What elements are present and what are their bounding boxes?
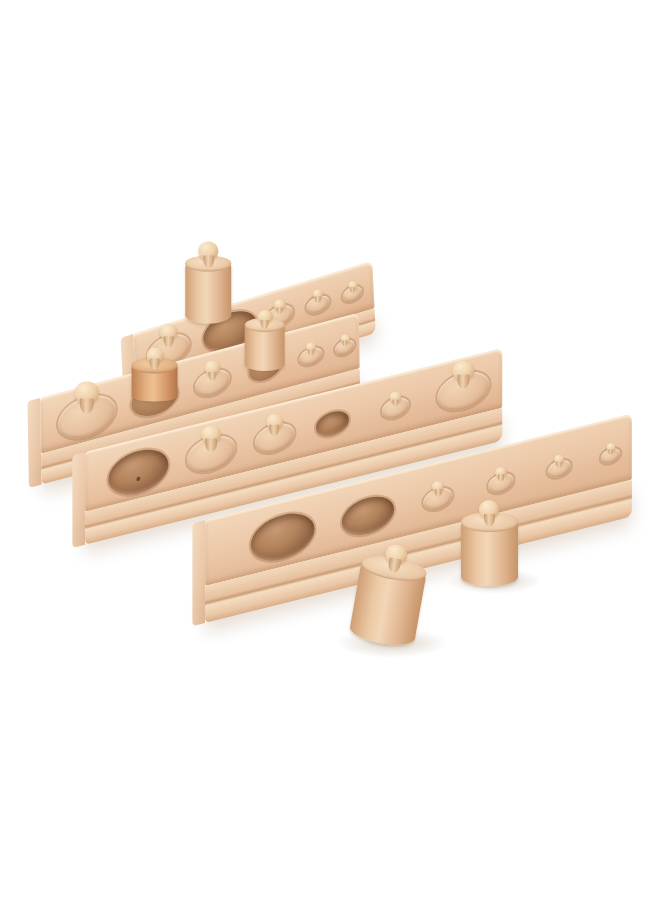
loose-cylinder-upright-body: [461, 522, 518, 586]
block-4-end-face: [192, 520, 205, 626]
block-4-socket-plugged: [547, 457, 571, 480]
cylinder-knob: [266, 414, 283, 436]
knob-neck-shape: [484, 514, 495, 526]
block-2-socket-raised: [131, 377, 177, 421]
socket-disc: [316, 408, 350, 440]
knob-neck-shape: [498, 475, 504, 482]
knob-neck-shape: [434, 489, 441, 497]
block-2-socket-plugged: [194, 366, 230, 401]
cylinder-knob: [146, 347, 163, 369]
block-3-socket-empty: [316, 408, 350, 440]
cylinder-knob: [75, 382, 100, 414]
block-3-socket-plugged: [254, 419, 294, 457]
socket-disc: [109, 444, 169, 501]
block-3-socket-empty: [109, 444, 169, 501]
knob-neck-shape: [608, 449, 613, 455]
knob-neck-shape: [387, 558, 401, 574]
block-4-socket-empty: [342, 492, 394, 541]
product-photo-stage: [0, 0, 660, 900]
cylinder-knob: [313, 290, 323, 303]
knob-neck-shape: [203, 255, 214, 267]
cylinder-knob: [390, 391, 402, 406]
block-3-socket-plugged: [187, 431, 235, 476]
knob-neck-shape: [80, 398, 94, 413]
knob-neck-shape: [308, 349, 314, 355]
knob-neck-shape: [350, 287, 355, 293]
socket-pinhole: [136, 476, 141, 481]
cylinder-shaft-shape: [185, 264, 231, 324]
standing-cylinder: [185, 264, 231, 324]
raised-cylinder: [245, 325, 285, 371]
socket-disc: [342, 492, 394, 541]
knob-neck-shape: [457, 375, 469, 389]
block-2-socket-plugged: [299, 345, 323, 368]
cylinder-knob: [201, 425, 221, 451]
knob-neck-shape: [270, 426, 279, 437]
cylinder-knob: [257, 310, 272, 329]
cylinder-knob: [205, 361, 220, 381]
cylinder-knob: [431, 481, 444, 497]
block-2-socket-plugged: [335, 338, 355, 357]
socket-disc: [251, 507, 315, 567]
cylinder-knob: [606, 443, 615, 455]
cylinder-knob: [340, 335, 349, 347]
cylinder-knob: [479, 500, 499, 526]
knob-neck-shape: [315, 297, 321, 303]
cylinder-knob: [554, 454, 564, 467]
knob-neck-shape: [261, 320, 269, 329]
cylinder-shaft-shape: [245, 325, 285, 371]
block-2-socket-raised: [249, 354, 281, 385]
block-3-socket-plugged: [382, 395, 410, 421]
knob-neck-shape: [276, 307, 283, 314]
block-1-socket-plugged: [306, 292, 330, 316]
raised-cylinder: [132, 365, 178, 401]
block-1-socket-plugged: [342, 284, 362, 304]
knob-neck-shape: [556, 461, 562, 467]
cylinder-knob: [160, 325, 178, 348]
knob-neck-shape: [342, 341, 347, 347]
block-4-socket-plugged: [423, 485, 453, 513]
loose-cylinder-tilted-body: [348, 563, 426, 649]
cylinder-knob: [495, 467, 506, 481]
knob-neck-shape: [206, 439, 217, 452]
knob-neck-shape: [150, 359, 159, 370]
block-4-socket-empty: [251, 507, 315, 567]
block-3-socket-plugged: [438, 367, 490, 416]
knob-neck-shape: [208, 372, 216, 381]
knob-neck-shape: [164, 337, 174, 348]
cylinder-knob: [274, 299, 286, 314]
knob-neck-shape: [392, 399, 399, 406]
loose-cylinder-upright: [458, 492, 520, 586]
cylinder-knob: [348, 281, 357, 293]
loose-cylinder-tilted: [342, 542, 435, 650]
block-4-socket-plugged: [601, 446, 621, 465]
block-3-end-face: [72, 452, 85, 548]
cylinder-knob: [306, 342, 316, 355]
cylinder-knob: [452, 360, 474, 389]
cylinder-knob: [198, 242, 218, 268]
